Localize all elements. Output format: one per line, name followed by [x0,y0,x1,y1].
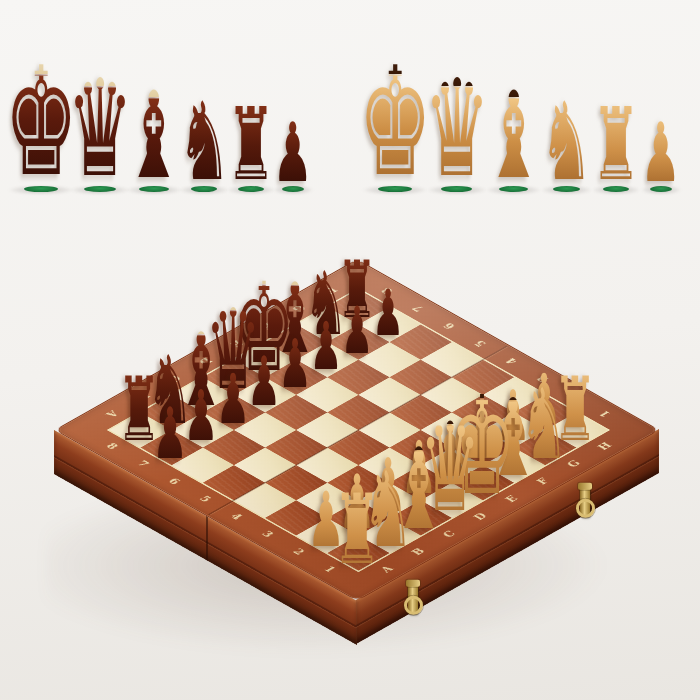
piece-white-rook-a1: ♜ [333,482,382,579]
bishop-icon: ♝ [484,82,543,190]
product-photo-wooden-chess-set: { "game": "chess", "scene": "wooden fold… [0,0,700,700]
knight-icon: ♞ [540,93,593,190]
showcase-dk-knight: ♞ [180,93,228,190]
piece-black-pawn-b7: ♟ [184,381,219,451]
showcase-dk-king: ♚ [10,55,72,190]
piece-black-pawn-h7: ♟ [372,281,404,345]
queen-icon: ♛ [67,69,133,190]
rook-icon: ♜ [592,100,641,190]
pawn-icon: ♟ [273,116,313,190]
rook-icon: ♜ [226,100,275,190]
light-piece-lineup: ♚♛♝♞♜♟ [364,34,680,190]
knight-icon: ♞ [177,93,230,190]
king-icon: ♚ [358,55,432,190]
showcase-lt-king: ♚ [364,55,426,190]
pawn-icon: ♟ [641,116,681,190]
showcase-dk-bishop: ♝ [128,82,180,190]
showcase-dk-queen: ♛ [72,69,128,190]
piece-black-pawn-e7: ♟ [278,331,312,398]
queen-icon: ♛ [424,69,490,190]
showcase-dk-rook: ♜ [228,100,274,190]
piece-black-pawn-d7: ♟ [247,348,281,416]
piece-black-pawn-c7: ♟ [215,365,250,434]
dark-piece-lineup: ♚♛♝♞♜♟ [10,38,312,190]
showcase-lt-bishop: ♝ [488,82,540,190]
showcase-lt-queen: ♛ [429,69,485,190]
showcase-dk-pawn: ♟ [274,116,312,190]
piece-black-pawn-a7: ♟ [152,398,188,469]
showcase-lt-knight: ♞ [542,93,590,190]
piece-black-pawn-f7: ♟ [309,314,342,380]
showcase-lt-pawn: ♟ [642,116,680,190]
bishop-icon: ♝ [124,82,183,190]
showcase-lt-rook: ♜ [593,100,639,190]
piece-black-pawn-g7: ♟ [341,298,374,363]
